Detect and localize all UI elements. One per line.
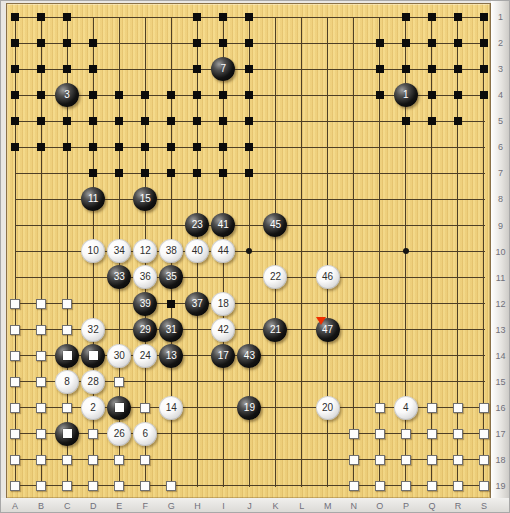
board-intersection[interactable]	[315, 343, 341, 369]
board-intersection[interactable]	[341, 473, 367, 499]
board-intersection[interactable]	[184, 4, 210, 30]
board-intersection[interactable]	[315, 212, 341, 238]
board-intersection[interactable]	[2, 30, 28, 56]
board-intersection[interactable]	[341, 160, 367, 186]
board-intersection[interactable]	[393, 421, 419, 447]
board-intersection[interactable]	[236, 369, 262, 395]
board-intersection[interactable]	[341, 317, 367, 343]
board-intersection[interactable]	[367, 186, 393, 212]
board-intersection[interactable]	[54, 291, 80, 317]
board-intersection[interactable]	[236, 447, 262, 473]
board-intersection[interactable]: 12	[132, 238, 158, 264]
board-intersection[interactable]	[158, 421, 184, 447]
board-intersection[interactable]	[54, 264, 80, 290]
board-intersection[interactable]	[393, 238, 419, 264]
board-intersection[interactable]	[54, 4, 80, 30]
board-intersection[interactable]	[289, 108, 315, 134]
board-intersection[interactable]	[158, 212, 184, 238]
board-intersection[interactable]	[132, 56, 158, 82]
board-intersection[interactable]	[262, 160, 288, 186]
board-intersection[interactable]	[132, 369, 158, 395]
board-intersection[interactable]: 22	[262, 264, 288, 290]
board-intersection[interactable]	[367, 421, 393, 447]
board-intersection[interactable]: 8	[54, 369, 80, 395]
board-intersection[interactable]	[236, 108, 262, 134]
board-intersection[interactable]	[367, 264, 393, 290]
board-intersection[interactable]	[262, 4, 288, 30]
board-intersection[interactable]	[132, 395, 158, 421]
board-intersection[interactable]	[419, 447, 445, 473]
board-intersection[interactable]	[2, 317, 28, 343]
board-intersection[interactable]	[106, 212, 132, 238]
board-intersection[interactable]	[393, 160, 419, 186]
board-intersection[interactable]	[262, 186, 288, 212]
board-intersection[interactable]	[445, 291, 471, 317]
board-intersection[interactable]	[419, 395, 445, 421]
board-intersection[interactable]	[393, 134, 419, 160]
board-intersection[interactable]	[236, 82, 262, 108]
board-intersection[interactable]	[132, 473, 158, 499]
board-intersection[interactable]	[2, 421, 28, 447]
board-intersection[interactable]	[393, 186, 419, 212]
board-intersection[interactable]	[445, 421, 471, 447]
board-intersection[interactable]: 28	[80, 369, 106, 395]
board-intersection[interactable]	[158, 82, 184, 108]
board-intersection[interactable]	[28, 447, 54, 473]
board-intersection[interactable]	[80, 30, 106, 56]
board-intersection[interactable]	[393, 447, 419, 473]
board-intersection[interactable]	[289, 291, 315, 317]
board-intersection[interactable]	[419, 317, 445, 343]
board-intersection[interactable]	[367, 56, 393, 82]
board-intersection[interactable]	[2, 264, 28, 290]
board-intersection[interactable]	[445, 264, 471, 290]
board-intersection[interactable]	[393, 212, 419, 238]
board-intersection[interactable]	[80, 473, 106, 499]
board-intersection[interactable]	[106, 395, 132, 421]
board-intersection[interactable]	[158, 160, 184, 186]
board-intersection[interactable]	[2, 291, 28, 317]
board-intersection[interactable]	[236, 186, 262, 212]
board-intersection[interactable]	[106, 30, 132, 56]
board-intersection[interactable]	[262, 134, 288, 160]
board-intersection[interactable]	[80, 108, 106, 134]
board-intersection[interactable]	[106, 56, 132, 82]
board-intersection[interactable]	[367, 369, 393, 395]
board-intersection[interactable]	[262, 447, 288, 473]
board-intersection[interactable]	[367, 82, 393, 108]
board-intersection[interactable]	[419, 343, 445, 369]
board-intersection[interactable]	[445, 395, 471, 421]
board-intersection[interactable]	[210, 264, 236, 290]
board-intersection[interactable]	[2, 56, 28, 82]
board-intersection[interactable]	[28, 421, 54, 447]
board-intersection[interactable]	[289, 186, 315, 212]
board-intersection[interactable]	[289, 134, 315, 160]
board-intersection[interactable]	[289, 317, 315, 343]
board-intersection[interactable]	[210, 186, 236, 212]
board-intersection[interactable]	[445, 447, 471, 473]
board-intersection[interactable]	[341, 264, 367, 290]
board-intersection[interactable]	[236, 30, 262, 56]
board-intersection[interactable]	[393, 4, 419, 30]
board-intersection[interactable]: 36	[132, 264, 158, 290]
board-intersection[interactable]	[419, 108, 445, 134]
board-intersection[interactable]	[2, 447, 28, 473]
board-intersection[interactable]	[80, 291, 106, 317]
board-intersection[interactable]	[445, 160, 471, 186]
board-intersection[interactable]: 32	[80, 317, 106, 343]
board-intersection[interactable]	[54, 30, 80, 56]
board-intersection[interactable]	[419, 238, 445, 264]
board-intersection[interactable]: 15	[132, 186, 158, 212]
board-intersection[interactable]	[158, 369, 184, 395]
board-intersection[interactable]	[367, 212, 393, 238]
board-intersection[interactable]	[289, 30, 315, 56]
board-intersection[interactable]	[184, 134, 210, 160]
board-intersection[interactable]	[419, 160, 445, 186]
board-intersection[interactable]	[210, 369, 236, 395]
board-intersection[interactable]	[289, 343, 315, 369]
board-intersection[interactable]	[445, 238, 471, 264]
board-intersection[interactable]	[445, 369, 471, 395]
board-intersection[interactable]	[341, 108, 367, 134]
board-intersection[interactable]: 24	[132, 343, 158, 369]
board-intersection[interactable]	[132, 160, 158, 186]
board-intersection[interactable]	[184, 343, 210, 369]
board-intersection[interactable]	[28, 343, 54, 369]
board-intersection[interactable]	[2, 369, 28, 395]
board-intersection[interactable]	[80, 212, 106, 238]
board-intersection[interactable]	[80, 82, 106, 108]
board-intersection[interactable]	[445, 212, 471, 238]
board-intersection[interactable]	[106, 108, 132, 134]
board-intersection[interactable]	[184, 108, 210, 134]
board-intersection[interactable]	[419, 186, 445, 212]
board-intersection[interactable]	[158, 56, 184, 82]
board-intersection[interactable]	[210, 160, 236, 186]
board-intersection[interactable]	[419, 30, 445, 56]
board-intersection[interactable]	[28, 317, 54, 343]
board-intersection[interactable]: 19	[236, 395, 262, 421]
board-intersection[interactable]	[341, 421, 367, 447]
board-intersection[interactable]: 20	[315, 395, 341, 421]
board-intersection[interactable]	[80, 421, 106, 447]
board-intersection[interactable]	[236, 56, 262, 82]
board-intersection[interactable]	[54, 317, 80, 343]
board-intersection[interactable]	[367, 134, 393, 160]
board-intersection[interactable]	[445, 56, 471, 82]
board-intersection[interactable]: 46	[315, 264, 341, 290]
board-intersection[interactable]	[445, 317, 471, 343]
board-intersection[interactable]	[262, 30, 288, 56]
board-intersection[interactable]	[106, 291, 132, 317]
board-intersection[interactable]: 7	[210, 56, 236, 82]
board-intersection[interactable]	[210, 421, 236, 447]
board-intersection[interactable]	[393, 30, 419, 56]
board-intersection[interactable]	[28, 369, 54, 395]
board-intersection[interactable]: 3	[54, 82, 80, 108]
board-intersection[interactable]	[28, 473, 54, 499]
board-intersection[interactable]	[210, 395, 236, 421]
board-intersection[interactable]	[28, 212, 54, 238]
board-intersection[interactable]	[184, 395, 210, 421]
board-intersection[interactable]	[419, 134, 445, 160]
board-intersection[interactable]	[106, 134, 132, 160]
board-intersection[interactable]	[315, 238, 341, 264]
board-intersection[interactable]	[445, 108, 471, 134]
board-intersection[interactable]	[106, 4, 132, 30]
board-intersection[interactable]	[289, 264, 315, 290]
board-intersection[interactable]	[367, 447, 393, 473]
board-intersection[interactable]	[54, 473, 80, 499]
board-intersection[interactable]	[393, 369, 419, 395]
board-intersection[interactable]: 41	[210, 212, 236, 238]
board-intersection[interactable]	[184, 82, 210, 108]
board-intersection[interactable]	[2, 238, 28, 264]
board-intersection[interactable]	[262, 238, 288, 264]
board-intersection[interactable]	[158, 447, 184, 473]
board-intersection[interactable]	[2, 186, 28, 212]
board-intersection[interactable]	[445, 4, 471, 30]
board-intersection[interactable]: 34	[106, 238, 132, 264]
board-intersection[interactable]	[210, 82, 236, 108]
board-intersection[interactable]: 4	[393, 395, 419, 421]
board-intersection[interactable]	[289, 369, 315, 395]
board-intersection[interactable]	[210, 108, 236, 134]
board-intersection[interactable]	[289, 4, 315, 30]
board-intersection[interactable]	[445, 82, 471, 108]
board-intersection[interactable]	[445, 473, 471, 499]
board-intersection[interactable]	[419, 473, 445, 499]
board-intersection[interactable]	[341, 56, 367, 82]
board-intersection[interactable]	[367, 30, 393, 56]
board-intersection[interactable]	[393, 108, 419, 134]
board-intersection[interactable]	[28, 264, 54, 290]
board-intersection[interactable]	[315, 473, 341, 499]
board-intersection[interactable]: 23	[184, 212, 210, 238]
board-intersection[interactable]: 30	[106, 343, 132, 369]
board-intersection[interactable]	[132, 212, 158, 238]
board-intersection[interactable]	[262, 56, 288, 82]
board-intersection[interactable]	[106, 369, 132, 395]
board-intersection[interactable]	[2, 473, 28, 499]
board-intersection[interactable]: 47	[315, 317, 341, 343]
board-intersection[interactable]	[184, 186, 210, 212]
board-intersection[interactable]	[54, 212, 80, 238]
board-intersection[interactable]	[419, 4, 445, 30]
board-intersection[interactable]	[28, 82, 54, 108]
board-intersection[interactable]	[341, 4, 367, 30]
board-intersection[interactable]	[106, 473, 132, 499]
board-intersection[interactable]	[184, 317, 210, 343]
board-intersection[interactable]	[80, 134, 106, 160]
board-intersection[interactable]	[262, 108, 288, 134]
board-intersection[interactable]	[158, 134, 184, 160]
board-intersection[interactable]: 33	[106, 264, 132, 290]
board-intersection[interactable]	[158, 108, 184, 134]
board-intersection[interactable]	[2, 395, 28, 421]
board-intersection[interactable]	[315, 369, 341, 395]
board-intersection[interactable]	[315, 108, 341, 134]
board-intersection[interactable]	[106, 447, 132, 473]
board-intersection[interactable]	[445, 134, 471, 160]
board-intersection[interactable]	[262, 421, 288, 447]
board-intersection[interactable]	[28, 30, 54, 56]
board-intersection[interactable]	[289, 212, 315, 238]
board-intersection[interactable]	[80, 447, 106, 473]
board-intersection[interactable]: 35	[158, 264, 184, 290]
board-intersection[interactable]: 29	[132, 317, 158, 343]
board-intersection[interactable]	[28, 238, 54, 264]
board-intersection[interactable]	[158, 186, 184, 212]
board-intersection[interactable]	[393, 56, 419, 82]
board-intersection[interactable]	[80, 343, 106, 369]
board-intersection[interactable]	[54, 343, 80, 369]
board-intersection[interactable]	[106, 160, 132, 186]
board-intersection[interactable]	[445, 186, 471, 212]
board-intersection[interactable]	[445, 30, 471, 56]
board-intersection[interactable]	[341, 238, 367, 264]
board-intersection[interactable]	[393, 264, 419, 290]
board-intersection[interactable]	[289, 56, 315, 82]
board-intersection[interactable]	[184, 447, 210, 473]
board-intersection[interactable]	[106, 186, 132, 212]
board-intersection[interactable]	[236, 134, 262, 160]
board-intersection[interactable]	[2, 108, 28, 134]
board-intersection[interactable]	[132, 30, 158, 56]
board-intersection[interactable]	[341, 82, 367, 108]
board-intersection[interactable]: 26	[106, 421, 132, 447]
board-intersection[interactable]	[419, 56, 445, 82]
board-intersection[interactable]	[236, 212, 262, 238]
board-intersection[interactable]	[158, 473, 184, 499]
board-intersection[interactable]	[367, 317, 393, 343]
board-intersection[interactable]: 11	[80, 186, 106, 212]
board-intersection[interactable]	[184, 56, 210, 82]
board-intersection[interactable]	[367, 160, 393, 186]
board-intersection[interactable]	[28, 395, 54, 421]
board-intersection[interactable]	[54, 447, 80, 473]
board-intersection[interactable]: 39	[132, 291, 158, 317]
board-intersection[interactable]	[315, 291, 341, 317]
board-intersection[interactable]	[393, 317, 419, 343]
board-intersection[interactable]	[28, 160, 54, 186]
board-intersection[interactable]	[341, 395, 367, 421]
board-intersection[interactable]	[393, 291, 419, 317]
board-intersection[interactable]	[289, 238, 315, 264]
board-intersection[interactable]	[393, 473, 419, 499]
board-intersection[interactable]	[419, 82, 445, 108]
board-intersection[interactable]	[54, 160, 80, 186]
board-intersection[interactable]	[367, 4, 393, 30]
board-intersection[interactable]	[132, 108, 158, 134]
board-intersection[interactable]	[236, 238, 262, 264]
board-intersection[interactable]: 45	[262, 212, 288, 238]
board-intersection[interactable]	[262, 473, 288, 499]
board-intersection[interactable]	[184, 264, 210, 290]
board-intersection[interactable]	[262, 82, 288, 108]
board-intersection[interactable]	[341, 134, 367, 160]
board-intersection[interactable]	[315, 160, 341, 186]
board-intersection[interactable]	[158, 291, 184, 317]
board-intersection[interactable]	[28, 56, 54, 82]
board-intersection[interactable]	[158, 4, 184, 30]
board-intersection[interactable]	[158, 30, 184, 56]
board-intersection[interactable]	[289, 473, 315, 499]
board-intersection[interactable]: 31	[158, 317, 184, 343]
board-intersection[interactable]	[289, 447, 315, 473]
board-intersection[interactable]	[54, 134, 80, 160]
board-intersection[interactable]	[106, 82, 132, 108]
board-intersection[interactable]: 21	[262, 317, 288, 343]
board-intersection[interactable]	[210, 473, 236, 499]
board-intersection[interactable]	[315, 30, 341, 56]
board-intersection[interactable]	[132, 134, 158, 160]
board-intersection[interactable]	[132, 447, 158, 473]
board-intersection[interactable]	[289, 82, 315, 108]
board-intersection[interactable]	[54, 421, 80, 447]
board-intersection[interactable]	[289, 421, 315, 447]
board-intersection[interactable]	[341, 343, 367, 369]
board-intersection[interactable]	[184, 473, 210, 499]
board-intersection[interactable]	[262, 343, 288, 369]
board-intersection[interactable]	[419, 212, 445, 238]
board-intersection[interactable]	[54, 108, 80, 134]
board-intersection[interactable]	[419, 421, 445, 447]
board-intersection[interactable]: 37	[184, 291, 210, 317]
board-intersection[interactable]	[341, 291, 367, 317]
board-intersection[interactable]	[367, 108, 393, 134]
board-intersection[interactable]	[315, 134, 341, 160]
board-intersection[interactable]	[289, 395, 315, 421]
board-intersection[interactable]	[80, 160, 106, 186]
board-intersection[interactable]	[367, 238, 393, 264]
board-intersection[interactable]	[132, 82, 158, 108]
board-intersection[interactable]	[80, 56, 106, 82]
board-intersection[interactable]: 10	[80, 238, 106, 264]
board-intersection[interactable]	[262, 291, 288, 317]
board-intersection[interactable]: 18	[210, 291, 236, 317]
board-intersection[interactable]	[419, 369, 445, 395]
board-intersection[interactable]	[341, 447, 367, 473]
board-intersection[interactable]	[28, 134, 54, 160]
board-intersection[interactable]	[367, 343, 393, 369]
board-intersection[interactable]: 2	[80, 395, 106, 421]
board-intersection[interactable]	[80, 4, 106, 30]
board-intersection[interactable]	[54, 186, 80, 212]
board-intersection[interactable]	[184, 160, 210, 186]
board-intersection[interactable]	[2, 134, 28, 160]
board-intersection[interactable]	[367, 473, 393, 499]
board-intersection[interactable]	[106, 317, 132, 343]
board-intersection[interactable]	[445, 343, 471, 369]
board-intersection[interactable]	[236, 4, 262, 30]
board-intersection[interactable]	[184, 30, 210, 56]
board-intersection[interactable]	[262, 395, 288, 421]
board-intersection[interactable]	[236, 421, 262, 447]
board-intersection[interactable]	[28, 291, 54, 317]
board-intersection[interactable]: 6	[132, 421, 158, 447]
board-intersection[interactable]	[2, 212, 28, 238]
board-intersection[interactable]	[315, 447, 341, 473]
board-intersection[interactable]	[315, 82, 341, 108]
board-intersection[interactable]	[289, 160, 315, 186]
board-intersection[interactable]	[184, 369, 210, 395]
board-intersection[interactable]	[210, 30, 236, 56]
board-intersection[interactable]: 40	[184, 238, 210, 264]
board-intersection[interactable]: 14	[158, 395, 184, 421]
